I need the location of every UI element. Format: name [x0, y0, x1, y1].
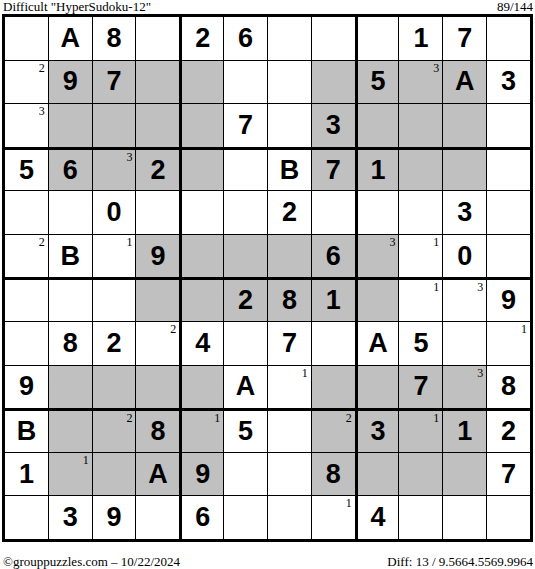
cell-r12c10[interactable]: [399, 496, 442, 539]
pencil-mark: 1: [433, 411, 439, 425]
cell-r8c8[interactable]: [312, 322, 355, 365]
given-digit: 8: [501, 373, 516, 400]
cell-r10c1[interactable]: B: [5, 409, 48, 452]
cell-r8c5[interactable]: 4: [180, 322, 223, 365]
cell-r1c3[interactable]: 8: [93, 17, 136, 60]
cell-r6c6[interactable]: [224, 235, 267, 278]
given-digit: 5: [371, 68, 386, 95]
cell-r4c9[interactable]: 1: [356, 148, 399, 191]
given-digit: 3: [457, 199, 472, 226]
cell-r3c8[interactable]: 3: [312, 104, 355, 147]
cell-r10c8[interactable]: 2: [312, 409, 355, 452]
given-digit: B: [17, 418, 37, 445]
given-digit: 8: [63, 330, 78, 357]
given-digit: 2: [238, 287, 253, 314]
cell-r11c12[interactable]: 7: [487, 453, 530, 496]
cell-r10c9[interactable]: 3: [356, 409, 399, 452]
cell-r7c6[interactable]: 2: [224, 278, 267, 321]
footer-bar: ©grouppuzzles.com – 10/22/2024 Diff: 13 …: [0, 542, 535, 569]
cell-r8c11[interactable]: [443, 322, 486, 365]
pencil-mark: 3: [477, 366, 483, 380]
pencil-mark: 1: [433, 280, 439, 294]
cell-r4c3[interactable]: 3: [93, 148, 136, 191]
cell-r8c2[interactable]: 8: [49, 322, 92, 365]
cell-r2c5[interactable]: [180, 61, 223, 104]
given-digit: 2: [282, 199, 297, 226]
cell-r3c10[interactable]: [399, 104, 442, 147]
cell-r4c2[interactable]: 6: [49, 148, 92, 191]
given-digit: 1: [326, 287, 341, 314]
cell-r6c8[interactable]: 6: [312, 235, 355, 278]
cell-r7c3[interactable]: [93, 278, 136, 321]
given-digit: 3: [501, 68, 516, 95]
cell-r9c9[interactable]: [356, 366, 399, 409]
pencil-mark: 1: [83, 453, 89, 467]
cell-r11c9[interactable]: [356, 453, 399, 496]
cell-r1c4[interactable]: [136, 17, 179, 60]
cell-r6c9[interactable]: 3: [356, 235, 399, 278]
cell-r1c11[interactable]: 7: [443, 17, 486, 60]
cell-r4c1[interactable]: 5: [5, 148, 48, 191]
cell-r12c3[interactable]: 9: [93, 496, 136, 539]
given-digit: A: [236, 373, 256, 400]
cell-r1c5[interactable]: 2: [180, 17, 223, 60]
given-digit: B: [60, 243, 80, 270]
given-digit: A: [60, 25, 80, 52]
cell-r5c9[interactable]: [356, 191, 399, 234]
cell-r8c1[interactable]: [5, 322, 48, 365]
given-digit: 8: [282, 287, 297, 314]
pencil-mark: 3: [389, 235, 395, 249]
given-digit: 8: [326, 461, 341, 488]
cell-r5c3[interactable]: 0: [93, 191, 136, 234]
cell-r3c12[interactable]: [487, 104, 530, 147]
cell-r2c9[interactable]: 5: [356, 61, 399, 104]
cell-r2c12[interactable]: 3: [487, 61, 530, 104]
pencil-mark: 1: [126, 235, 132, 249]
cell-r11c4[interactable]: A: [136, 453, 179, 496]
cell-r5c5[interactable]: [180, 191, 223, 234]
remaining-cells-counter: 89/144: [497, 0, 533, 13]
given-digit: 9: [107, 504, 122, 531]
given-digit: 3: [326, 112, 341, 139]
cell-r12c12[interactable]: [487, 496, 530, 539]
pencil-mark: 1: [521, 322, 527, 336]
cell-r7c10[interactable]: 1: [399, 278, 442, 321]
cell-r10c5[interactable]: 1: [180, 409, 223, 452]
cell-r6c4[interactable]: 9: [136, 235, 179, 278]
cell-r8c10[interactable]: 5: [399, 322, 442, 365]
cell-r9c3[interactable]: [93, 366, 136, 409]
cell-r3c7[interactable]: [268, 104, 311, 147]
pencil-mark: 3: [39, 104, 45, 118]
cell-r9c5[interactable]: [180, 366, 223, 409]
cell-r11c3[interactable]: [93, 453, 136, 496]
cell-r6c10[interactable]: 1: [399, 235, 442, 278]
cell-r4c6[interactable]: [224, 148, 267, 191]
given-digit: 7: [326, 157, 341, 184]
given-digit: A: [368, 330, 388, 357]
cell-r4c10[interactable]: [399, 148, 442, 191]
cell-r1c8[interactable]: [312, 17, 355, 60]
given-digit: 9: [150, 243, 165, 270]
cell-r2c2[interactable]: 9: [49, 61, 92, 104]
given-digit: 1: [457, 418, 472, 445]
cell-r12c5[interactable]: 6: [180, 496, 223, 539]
cell-r1c1[interactable]: [5, 17, 48, 60]
cell-r3c1[interactable]: 3: [5, 104, 48, 147]
cell-r12c9[interactable]: 4: [356, 496, 399, 539]
cell-r1c12[interactable]: [487, 17, 530, 60]
cell-r2c11[interactable]: A: [443, 61, 486, 104]
cell-r10c3[interactable]: 2: [93, 409, 136, 452]
cell-r8c4[interactable]: 2: [136, 322, 179, 365]
cell-r10c6[interactable]: 5: [224, 409, 267, 452]
cell-r10c2[interactable]: [49, 409, 92, 452]
given-digit: 7: [413, 373, 428, 400]
cell-r5c8[interactable]: [312, 191, 355, 234]
cell-r6c7[interactable]: [268, 235, 311, 278]
given-digit: 0: [107, 199, 122, 226]
cell-r7c12[interactable]: 9: [487, 278, 530, 321]
cell-r12c11[interactable]: [443, 496, 486, 539]
given-digit: 1: [371, 157, 386, 184]
header-bar: Difficult "HyperSudoku-12" 89/144: [0, 0, 535, 14]
cell-r8c7[interactable]: 7: [268, 322, 311, 365]
pencil-mark: 2: [170, 322, 176, 336]
given-digit: 0: [457, 243, 472, 270]
cell-r8c6[interactable]: [224, 322, 267, 365]
cell-r4c5[interactable]: [180, 148, 223, 191]
cell-r10c7[interactable]: [268, 409, 311, 452]
cell-r11c10[interactable]: [399, 453, 442, 496]
given-digit: 5: [238, 418, 253, 445]
cell-r10c12[interactable]: 2: [487, 409, 530, 452]
cell-r2c1[interactable]: 2: [5, 61, 48, 104]
pencil-mark: 2: [39, 235, 45, 249]
given-digit: 2: [107, 330, 122, 357]
given-digit: 3: [371, 418, 386, 445]
cell-r6c2[interactable]: B: [49, 235, 92, 278]
cell-r12c4[interactable]: [136, 496, 179, 539]
cell-r5c1[interactable]: [5, 191, 48, 234]
pencil-mark: 1: [433, 235, 439, 249]
cell-r4c8[interactable]: 7: [312, 148, 355, 191]
cell-r2c6[interactable]: [224, 61, 267, 104]
cell-r3c6[interactable]: 7: [224, 104, 267, 147]
cell-r1c9[interactable]: [356, 17, 399, 60]
given-digit: 6: [238, 25, 253, 52]
cell-r4c7[interactable]: B: [268, 148, 311, 191]
cell-r11c11[interactable]: [443, 453, 486, 496]
cell-r12c2[interactable]: 3: [49, 496, 92, 539]
hypersudoku-board: A8261729753A33735632B710232B196310281139…: [2, 14, 533, 542]
given-digit: 1: [413, 25, 428, 52]
given-digit: 2: [195, 25, 210, 52]
given-digit: 9: [63, 68, 78, 95]
given-digit: 7: [457, 25, 472, 52]
cell-r5c11[interactable]: 3: [443, 191, 486, 234]
cell-r4c4[interactable]: 2: [136, 148, 179, 191]
cell-r11c8[interactable]: 8: [312, 453, 355, 496]
cell-r2c8[interactable]: [312, 61, 355, 104]
pencil-mark: 1: [214, 411, 220, 425]
cell-r11c2[interactable]: 1: [49, 453, 92, 496]
cell-r6c12[interactable]: [487, 235, 530, 278]
cell-r9c7[interactable]: 1: [268, 366, 311, 409]
cell-r3c11[interactable]: [443, 104, 486, 147]
cell-r6c3[interactable]: 1: [93, 235, 136, 278]
cell-r10c4[interactable]: 8: [136, 409, 179, 452]
given-digit: 5: [413, 330, 428, 357]
puzzle-title: Difficult "HyperSudoku-12": [3, 0, 151, 13]
given-digit: 6: [63, 157, 78, 184]
cell-r7c7[interactable]: 8: [268, 278, 311, 321]
given-digit: 8: [107, 25, 122, 52]
cell-r10c11[interactable]: 1: [443, 409, 486, 452]
cell-r9c6[interactable]: A: [224, 366, 267, 409]
pencil-mark: 3: [477, 280, 483, 294]
cell-r10c10[interactable]: 1: [399, 409, 442, 452]
cell-r2c4[interactable]: [136, 61, 179, 104]
cell-r7c9[interactable]: [356, 278, 399, 321]
given-digit: 8: [150, 418, 165, 445]
given-digit: 3: [63, 504, 78, 531]
given-digit: A: [455, 68, 475, 95]
given-digit: 4: [195, 330, 210, 357]
cell-r7c2[interactable]: [49, 278, 92, 321]
cell-r2c3[interactable]: 7: [93, 61, 136, 104]
cell-r5c6[interactable]: [224, 191, 267, 234]
puzzle-page: Difficult "HyperSudoku-12" 89/144 A82617…: [0, 0, 535, 569]
cell-r1c6[interactable]: 6: [224, 17, 267, 60]
cell-r7c8[interactable]: 1: [312, 278, 355, 321]
cell-r11c5[interactable]: 9: [180, 453, 223, 496]
cell-r7c1[interactable]: [5, 278, 48, 321]
given-digit: 2: [501, 418, 516, 445]
pencil-mark: 3: [126, 150, 132, 164]
cell-r11c1[interactable]: 1: [5, 453, 48, 496]
given-digit: 9: [501, 287, 516, 314]
cell-r1c7[interactable]: [268, 17, 311, 60]
cell-r8c3[interactable]: 2: [93, 322, 136, 365]
cell-r3c9[interactable]: [356, 104, 399, 147]
cell-r12c6[interactable]: [224, 496, 267, 539]
cell-r5c12[interactable]: [487, 191, 530, 234]
cell-r9c1[interactable]: 9: [5, 366, 48, 409]
pencil-mark: 3: [433, 61, 439, 75]
cell-r11c7[interactable]: [268, 453, 311, 496]
pencil-mark: 2: [346, 411, 352, 425]
pencil-mark: 2: [39, 61, 45, 75]
given-digit: A: [148, 461, 168, 488]
pencil-mark: 1: [346, 496, 352, 510]
given-digit: 6: [195, 504, 210, 531]
cell-r7c11[interactable]: 3: [443, 278, 486, 321]
cell-r9c11[interactable]: 3: [443, 366, 486, 409]
cell-r11c6[interactable]: [224, 453, 267, 496]
cell-r12c7[interactable]: [268, 496, 311, 539]
cell-r9c10[interactable]: 7: [399, 366, 442, 409]
cell-r9c2[interactable]: [49, 366, 92, 409]
cell-r3c5[interactable]: [180, 104, 223, 147]
cell-r5c4[interactable]: [136, 191, 179, 234]
cell-r6c11[interactable]: 0: [443, 235, 486, 278]
cell-r12c8[interactable]: 1: [312, 496, 355, 539]
given-digit: 9: [19, 373, 34, 400]
given-digit: 7: [238, 112, 253, 139]
cell-r1c2[interactable]: A: [49, 17, 92, 60]
cell-r12c1[interactable]: [5, 496, 48, 539]
given-digit: 6: [326, 243, 341, 270]
cell-r8c12[interactable]: 1: [487, 322, 530, 365]
given-digit: 7: [107, 68, 122, 95]
cell-r3c3[interactable]: [93, 104, 136, 147]
difficulty-text: Diff: 13 / 9.5664.5569.9964: [387, 555, 533, 569]
cell-r1c10[interactable]: 1: [399, 17, 442, 60]
given-digit: 5: [19, 157, 34, 184]
given-digit: 2: [150, 157, 165, 184]
cell-r7c5[interactable]: [180, 278, 223, 321]
cell-r5c2[interactable]: [49, 191, 92, 234]
given-digit: 1: [19, 461, 34, 488]
pencil-mark: 1: [302, 366, 308, 380]
given-digit: 7: [282, 330, 297, 357]
given-digit: 9: [195, 461, 210, 488]
pencil-mark: 2: [126, 411, 132, 425]
cell-r3c2[interactable]: [49, 104, 92, 147]
cell-r9c8[interactable]: [312, 366, 355, 409]
cell-r4c11[interactable]: [443, 148, 486, 191]
cell-r4c12[interactable]: [487, 148, 530, 191]
cell-r2c10[interactable]: 3: [399, 61, 442, 104]
cell-r8c9[interactable]: A: [356, 322, 399, 365]
cell-r9c4[interactable]: [136, 366, 179, 409]
given-digit: B: [280, 157, 300, 184]
cell-r5c7[interactable]: 2: [268, 191, 311, 234]
cell-r6c1[interactable]: 2: [5, 235, 48, 278]
cell-r3c4[interactable]: [136, 104, 179, 147]
cell-r7c4[interactable]: [136, 278, 179, 321]
cell-r9c12[interactable]: 8: [487, 366, 530, 409]
cell-r6c5[interactable]: [180, 235, 223, 278]
given-digit: 4: [371, 504, 386, 531]
given-digit: 7: [501, 461, 516, 488]
copyright-text: ©grouppuzzles.com – 10/22/2024: [3, 555, 180, 569]
cell-r5c10[interactable]: [399, 191, 442, 234]
cell-r2c7[interactable]: [268, 61, 311, 104]
